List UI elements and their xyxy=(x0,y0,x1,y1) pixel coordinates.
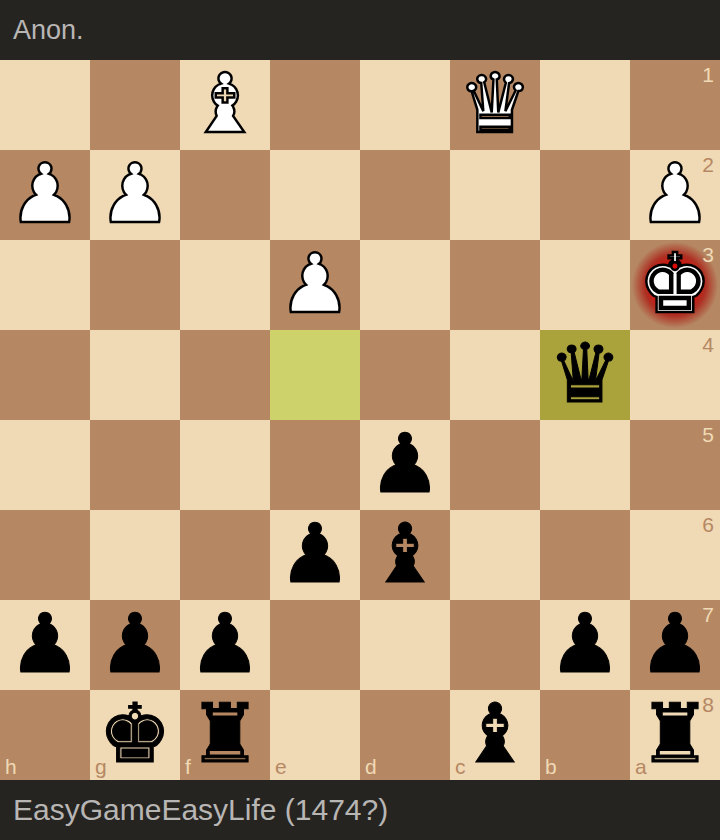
square-c4[interactable] xyxy=(450,330,540,420)
chess-board[interactable]: ♝♛1♟♟2♟♟3♚♛4♟5♟♝6♟♟♟♟7♟hg♚f♜edc♝ba8♜ xyxy=(0,60,720,780)
black-bishop[interactable]: ♝ xyxy=(360,510,450,600)
rank-label-1: 1 xyxy=(702,64,714,85)
black-pawn[interactable]: ♟ xyxy=(630,600,720,690)
white-king[interactable]: ♚ xyxy=(630,240,720,330)
square-b3[interactable] xyxy=(540,240,630,330)
white-bishop[interactable]: ♝ xyxy=(180,60,270,150)
square-a8[interactable]: a8♜ xyxy=(630,690,720,780)
player-bar: EasyGameEasyLife (1474?) xyxy=(0,780,720,840)
black-queen[interactable]: ♛ xyxy=(540,330,630,420)
square-a3[interactable]: 3♚ xyxy=(630,240,720,330)
square-b2[interactable] xyxy=(540,150,630,240)
black-rook[interactable]: ♜ xyxy=(180,690,270,780)
square-f4[interactable] xyxy=(180,330,270,420)
square-b8[interactable]: b xyxy=(540,690,630,780)
square-b6[interactable] xyxy=(540,510,630,600)
black-rook[interactable]: ♜ xyxy=(630,690,720,780)
square-g2[interactable]: ♟ xyxy=(90,150,180,240)
square-d2[interactable] xyxy=(360,150,450,240)
square-c1[interactable]: ♛ xyxy=(450,60,540,150)
square-d5[interactable]: ♟ xyxy=(360,420,450,510)
chess-app: Anon. ♝♛1♟♟2♟♟3♚♛4♟5♟♝6♟♟♟♟7♟hg♚f♜edc♝ba… xyxy=(0,0,720,840)
square-h8[interactable]: h xyxy=(0,690,90,780)
black-pawn[interactable]: ♟ xyxy=(270,510,360,600)
white-queen[interactable]: ♛ xyxy=(450,60,540,150)
rank-label-5: 5 xyxy=(702,424,714,445)
square-e5[interactable] xyxy=(270,420,360,510)
square-g1[interactable] xyxy=(90,60,180,150)
square-e8[interactable]: e xyxy=(270,690,360,780)
square-a6[interactable]: 6 xyxy=(630,510,720,600)
square-f1[interactable]: ♝ xyxy=(180,60,270,150)
square-a5[interactable]: 5 xyxy=(630,420,720,510)
black-pawn[interactable]: ♟ xyxy=(90,600,180,690)
white-pawn[interactable]: ♟ xyxy=(90,150,180,240)
square-d3[interactable] xyxy=(360,240,450,330)
rank-label-4: 4 xyxy=(702,334,714,355)
black-king[interactable]: ♚ xyxy=(90,690,180,780)
square-f6[interactable] xyxy=(180,510,270,600)
square-e6[interactable]: ♟ xyxy=(270,510,360,600)
square-g3[interactable] xyxy=(90,240,180,330)
black-pawn[interactable]: ♟ xyxy=(180,600,270,690)
square-e3[interactable]: ♟ xyxy=(270,240,360,330)
square-c6[interactable] xyxy=(450,510,540,600)
square-h6[interactable] xyxy=(0,510,90,600)
square-d4[interactable] xyxy=(360,330,450,420)
square-c2[interactable] xyxy=(450,150,540,240)
square-f3[interactable] xyxy=(180,240,270,330)
black-pawn[interactable]: ♟ xyxy=(540,600,630,690)
square-h2[interactable]: ♟ xyxy=(0,150,90,240)
square-h7[interactable]: ♟ xyxy=(0,600,90,690)
square-c5[interactable] xyxy=(450,420,540,510)
square-g7[interactable]: ♟ xyxy=(90,600,180,690)
square-c8[interactable]: c♝ xyxy=(450,690,540,780)
file-label-e: e xyxy=(275,756,287,777)
square-h4[interactable] xyxy=(0,330,90,420)
square-a2[interactable]: 2♟ xyxy=(630,150,720,240)
square-h3[interactable] xyxy=(0,240,90,330)
square-a1[interactable]: 1 xyxy=(630,60,720,150)
square-b1[interactable] xyxy=(540,60,630,150)
rank-label-6: 6 xyxy=(702,514,714,535)
square-d7[interactable] xyxy=(360,600,450,690)
black-pawn[interactable]: ♟ xyxy=(0,600,90,690)
square-a4[interactable]: 4 xyxy=(630,330,720,420)
player-name: EasyGameEasyLife (1474?) xyxy=(13,793,388,827)
square-b4[interactable]: ♛ xyxy=(540,330,630,420)
black-pawn[interactable]: ♟ xyxy=(360,420,450,510)
square-g5[interactable] xyxy=(90,420,180,510)
square-f5[interactable] xyxy=(180,420,270,510)
file-label-b: b xyxy=(545,756,557,777)
square-f2[interactable] xyxy=(180,150,270,240)
opponent-name: Anon. xyxy=(13,15,84,46)
file-label-h: h xyxy=(5,756,17,777)
square-f7[interactable]: ♟ xyxy=(180,600,270,690)
white-pawn[interactable]: ♟ xyxy=(0,150,90,240)
file-label-d: d xyxy=(365,756,377,777)
square-g6[interactable] xyxy=(90,510,180,600)
square-f8[interactable]: f♜ xyxy=(180,690,270,780)
square-d1[interactable] xyxy=(360,60,450,150)
opponent-bar: Anon. xyxy=(0,0,720,60)
square-a7[interactable]: 7♟ xyxy=(630,600,720,690)
square-e7[interactable] xyxy=(270,600,360,690)
square-b5[interactable] xyxy=(540,420,630,510)
square-h5[interactable] xyxy=(0,420,90,510)
square-g4[interactable] xyxy=(90,330,180,420)
white-pawn[interactable]: ♟ xyxy=(270,240,360,330)
square-d8[interactable]: d xyxy=(360,690,450,780)
square-g8[interactable]: g♚ xyxy=(90,690,180,780)
white-pawn[interactable]: ♟ xyxy=(630,150,720,240)
square-e4[interactable] xyxy=(270,330,360,420)
square-c7[interactable] xyxy=(450,600,540,690)
square-h1[interactable] xyxy=(0,60,90,150)
square-c3[interactable] xyxy=(450,240,540,330)
black-bishop[interactable]: ♝ xyxy=(450,690,540,780)
square-b7[interactable]: ♟ xyxy=(540,600,630,690)
square-d6[interactable]: ♝ xyxy=(360,510,450,600)
square-e2[interactable] xyxy=(270,150,360,240)
square-e1[interactable] xyxy=(270,60,360,150)
